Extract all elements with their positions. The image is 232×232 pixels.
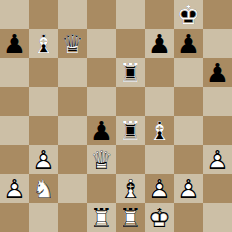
- square-h4[interactable]: [203, 116, 232, 145]
- square-d2[interactable]: [87, 174, 116, 203]
- square-a8[interactable]: [0, 0, 29, 29]
- square-g8[interactable]: ♚♔: [174, 0, 203, 29]
- square-a3[interactable]: [0, 145, 29, 174]
- square-f7[interactable]: ♟: [145, 29, 174, 58]
- black-queen[interactable]: ♕: [58, 29, 87, 58]
- square-e4[interactable]: ♜♖: [116, 116, 145, 145]
- square-a4[interactable]: [0, 116, 29, 145]
- square-g6[interactable]: [174, 58, 203, 87]
- square-c6[interactable]: [58, 58, 87, 87]
- square-g5[interactable]: [174, 87, 203, 116]
- square-a1[interactable]: [0, 203, 29, 232]
- square-e7[interactable]: [116, 29, 145, 58]
- square-d4[interactable]: ♟: [87, 116, 116, 145]
- square-h2[interactable]: [203, 174, 232, 203]
- square-e8[interactable]: [116, 0, 145, 29]
- black-king[interactable]: ♚: [174, 0, 203, 29]
- black-pawn[interactable]: ♟: [145, 29, 174, 58]
- black-bishop[interactable]: ♗: [145, 116, 174, 145]
- square-b8[interactable]: [29, 0, 58, 29]
- white-pawn[interactable]: ♙: [29, 145, 58, 174]
- white-pawn[interactable]: ♙: [174, 174, 203, 203]
- square-a7[interactable]: ♟: [0, 29, 29, 58]
- square-f1[interactable]: ♚♔: [145, 203, 174, 232]
- square-b3[interactable]: ♟♙: [29, 145, 58, 174]
- square-d7[interactable]: [87, 29, 116, 58]
- square-b7[interactable]: ♝♗: [29, 29, 58, 58]
- square-h5[interactable]: [203, 87, 232, 116]
- white-rook[interactable]: ♖: [116, 203, 145, 232]
- white-knight[interactable]: ♘: [29, 174, 58, 203]
- square-a6[interactable]: [0, 58, 29, 87]
- white-pawn[interactable]: ♟: [29, 145, 58, 174]
- black-king[interactable]: ♔: [174, 0, 203, 29]
- square-f2[interactable]: ♟♙: [145, 174, 174, 203]
- square-b5[interactable]: [29, 87, 58, 116]
- white-king[interactable]: ♚: [145, 203, 174, 232]
- square-b1[interactable]: [29, 203, 58, 232]
- white-rook[interactable]: ♜: [87, 203, 116, 232]
- white-queen[interactable]: ♛: [87, 145, 116, 174]
- black-bishop[interactable]: ♝: [145, 116, 174, 145]
- square-f3[interactable]: [145, 145, 174, 174]
- white-queen[interactable]: ♕: [87, 145, 116, 174]
- black-rook[interactable]: ♖: [116, 116, 145, 145]
- white-pawn[interactable]: ♙: [203, 145, 232, 174]
- square-b6[interactable]: [29, 58, 58, 87]
- square-h8[interactable]: [203, 0, 232, 29]
- square-d3[interactable]: ♛♕: [87, 145, 116, 174]
- square-e3[interactable]: [116, 145, 145, 174]
- square-f5[interactable]: [145, 87, 174, 116]
- black-queen[interactable]: ♛: [58, 29, 87, 58]
- square-f6[interactable]: [145, 58, 174, 87]
- white-pawn[interactable]: ♟: [174, 174, 203, 203]
- square-c2[interactable]: [58, 174, 87, 203]
- black-pawn[interactable]: ♟: [87, 116, 116, 145]
- white-pawn[interactable]: ♟: [0, 174, 29, 203]
- square-h3[interactable]: ♟♙: [203, 145, 232, 174]
- square-e5[interactable]: [116, 87, 145, 116]
- square-f4[interactable]: ♝♗: [145, 116, 174, 145]
- black-bishop[interactable]: ♗: [29, 29, 58, 58]
- black-pawn[interactable]: ♟: [0, 29, 29, 58]
- square-c7[interactable]: ♛♕: [58, 29, 87, 58]
- square-b2[interactable]: ♞♘: [29, 174, 58, 203]
- square-e6[interactable]: ♜♖: [116, 58, 145, 87]
- black-pawn[interactable]: ♟: [174, 29, 203, 58]
- square-d1[interactable]: ♜♖: [87, 203, 116, 232]
- square-c8[interactable]: [58, 0, 87, 29]
- square-d8[interactable]: [87, 0, 116, 29]
- square-e1[interactable]: ♜♖: [116, 203, 145, 232]
- square-f8[interactable]: [145, 0, 174, 29]
- square-g1[interactable]: [174, 203, 203, 232]
- black-bishop[interactable]: ♝: [29, 29, 58, 58]
- square-c4[interactable]: [58, 116, 87, 145]
- square-c3[interactable]: [58, 145, 87, 174]
- white-pawn[interactable]: ♟: [203, 145, 232, 174]
- square-a5[interactable]: [0, 87, 29, 116]
- chess-board: ♚♔♟♝♗♛♕♟♟♜♖♟♟♜♖♝♗♟♙♛♕♟♙♟♙♞♘♝♗♟♙♟♙♜♖♜♖♚♔: [0, 0, 232, 232]
- square-d6[interactable]: [87, 58, 116, 87]
- black-rook[interactable]: ♜: [116, 116, 145, 145]
- white-rook[interactable]: ♜: [116, 203, 145, 232]
- white-rook[interactable]: ♖: [87, 203, 116, 232]
- square-e2[interactable]: ♝♗: [116, 174, 145, 203]
- square-g7[interactable]: ♟: [174, 29, 203, 58]
- square-g2[interactable]: ♟♙: [174, 174, 203, 203]
- square-a2[interactable]: ♟♙: [0, 174, 29, 203]
- black-pawn[interactable]: ♟: [203, 58, 232, 87]
- square-g3[interactable]: [174, 145, 203, 174]
- square-c1[interactable]: [58, 203, 87, 232]
- white-pawn[interactable]: ♙: [0, 174, 29, 203]
- white-pawn[interactable]: ♟: [145, 174, 174, 203]
- white-pawn[interactable]: ♙: [145, 174, 174, 203]
- square-h7[interactable]: [203, 29, 232, 58]
- square-c5[interactable]: [58, 87, 87, 116]
- square-h1[interactable]: [203, 203, 232, 232]
- square-b4[interactable]: [29, 116, 58, 145]
- white-bishop[interactable]: ♗: [116, 174, 145, 203]
- square-h6[interactable]: ♟: [203, 58, 232, 87]
- square-g4[interactable]: [174, 116, 203, 145]
- white-bishop[interactable]: ♝: [116, 174, 145, 203]
- black-rook[interactable]: ♜: [116, 58, 145, 87]
- white-knight[interactable]: ♞: [29, 174, 58, 203]
- black-rook[interactable]: ♖: [116, 58, 145, 87]
- square-d5[interactable]: [87, 87, 116, 116]
- white-king[interactable]: ♔: [145, 203, 174, 232]
